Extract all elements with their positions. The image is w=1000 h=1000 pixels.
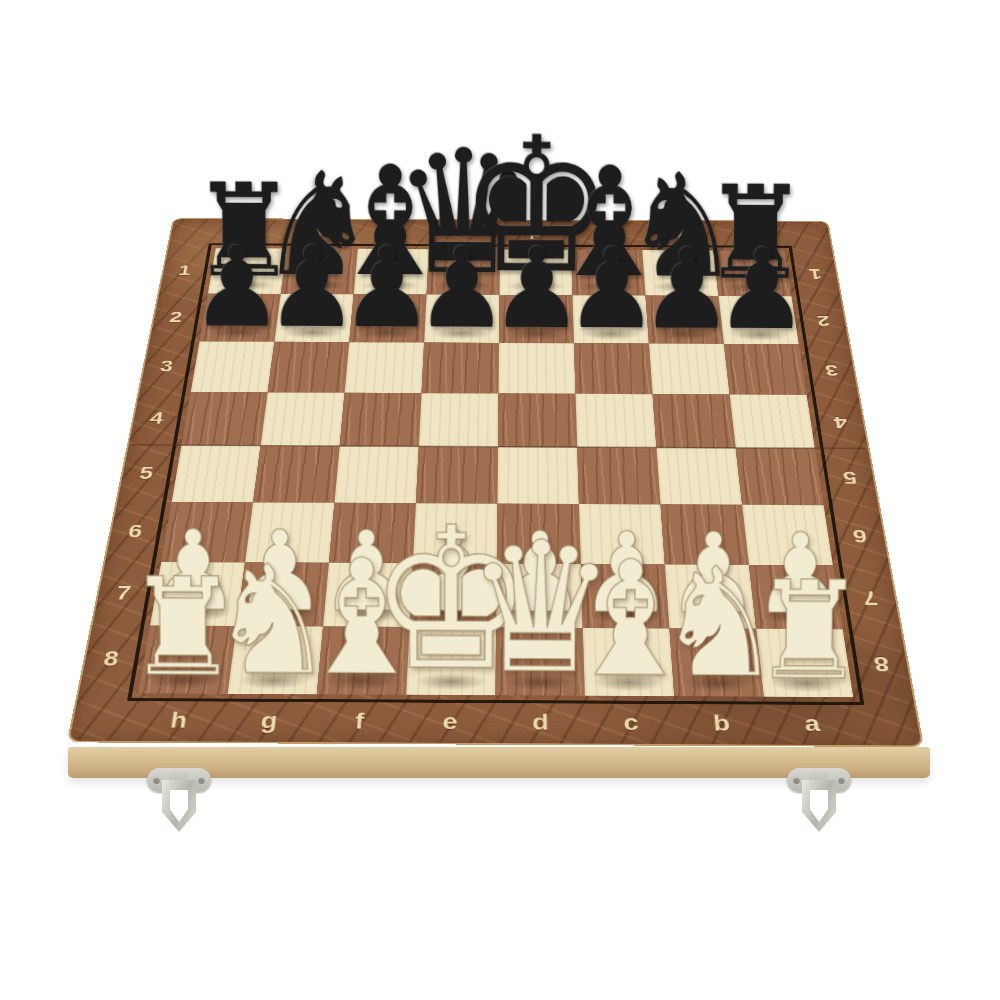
rank-label-right-1: 1	[808, 265, 823, 281]
piece-anchor: ♝	[317, 627, 410, 695]
rank-label-left-3: 3	[159, 358, 175, 375]
rank-label-right-6: 6	[851, 525, 868, 546]
rank-label-right-3: 3	[824, 361, 840, 379]
square-d4[interactable]	[498, 394, 577, 448]
square-h5[interactable]	[172, 445, 261, 502]
file-label-bottom-d: d	[532, 710, 549, 735]
black-pawn-a2[interactable]: ♟	[715, 237, 809, 343]
square-f4[interactable]	[340, 393, 422, 447]
file-label-top-b: b	[669, 226, 683, 241]
rank-label-left-8: 8	[102, 647, 121, 670]
square-b3[interactable]	[649, 344, 730, 395]
product-photo-stage: 11hh22gg33ff44ee55dd66cc77bb88aa ♜♞♝♛♚♝♞…	[0, 0, 1000, 1000]
square-h4[interactable]	[181, 392, 267, 446]
file-label-top-a: a	[740, 226, 754, 241]
piece-anchor: ♟	[719, 296, 799, 344]
square-h3[interactable]	[191, 342, 275, 393]
square-d3[interactable]	[499, 343, 576, 394]
file-label-top-f: f	[390, 225, 398, 240]
square-b5[interactable]	[656, 448, 742, 505]
rank-label-right-8: 8	[872, 651, 891, 675]
rank-label-left-4: 4	[148, 409, 165, 427]
rank-label-left-2: 2	[168, 309, 183, 326]
rank-label-right-5: 5	[841, 467, 858, 487]
file-label-bottom-e: e	[442, 710, 458, 735]
clasp-right[interactable]	[783, 768, 855, 858]
clasp-left[interactable]	[143, 768, 215, 858]
square-g4[interactable]	[261, 392, 345, 446]
square-a3[interactable]	[724, 344, 807, 395]
file-label-top-h: h	[246, 224, 261, 239]
file-label-bottom-h: h	[169, 708, 189, 733]
piece-anchor: ♟	[424, 295, 499, 343]
screw-icon	[793, 777, 800, 784]
square-c4[interactable]	[576, 394, 657, 448]
rank-label-left-6: 6	[126, 521, 144, 542]
chess-board: 11hh22gg33ff44ee55dd66cc77bb88aa ♜♞♝♛♚♝♞…	[67, 218, 924, 747]
file-label-top-g: g	[317, 225, 332, 240]
piece-anchor: ♝	[583, 628, 675, 696]
file-label-bottom-b: b	[712, 711, 731, 736]
file-label-top-c: c	[600, 226, 613, 241]
rank-label-right-4: 4	[832, 412, 848, 431]
square-b4[interactable]	[653, 394, 736, 448]
square-e3[interactable]	[422, 343, 499, 394]
square-a4[interactable]	[730, 395, 815, 449]
piece-anchor: ♟	[499, 295, 574, 343]
piece-anchor: ♟	[573, 295, 649, 343]
screw-icon	[153, 777, 160, 784]
file-label-top-e: e	[459, 225, 471, 240]
file-label-bottom-g: g	[259, 709, 278, 734]
square-f3[interactable]	[345, 342, 425, 393]
square-g5[interactable]	[253, 446, 340, 503]
file-label-bottom-f: f	[354, 709, 365, 734]
file-label-top-d: d	[529, 226, 542, 241]
screw-icon	[838, 777, 845, 784]
file-label-bottom-c: c	[623, 711, 639, 736]
square-g3[interactable]	[268, 342, 350, 393]
square-e4[interactable]	[419, 393, 499, 447]
screw-icon	[198, 777, 205, 784]
rank-label-right-2: 2	[816, 312, 831, 329]
piece-anchor: ♟	[646, 296, 724, 344]
rank-label-left-5: 5	[138, 463, 155, 483]
square-a5[interactable]	[736, 448, 824, 505]
white-bishop-c8[interactable]: ♝	[563, 543, 698, 695]
square-c3[interactable]	[574, 343, 653, 394]
white-bishop-f8[interactable]: ♝	[295, 542, 429, 694]
square-c5[interactable]	[577, 447, 660, 504]
file-label-bottom-a: a	[803, 712, 821, 737]
playing-area: ♜♞♝♛♚♝♞♜♟♟♟♟♟♟♟♟♟♟♟♟♟♟♟♟♜♞♝♚♛♝♞♜	[138, 248, 853, 697]
